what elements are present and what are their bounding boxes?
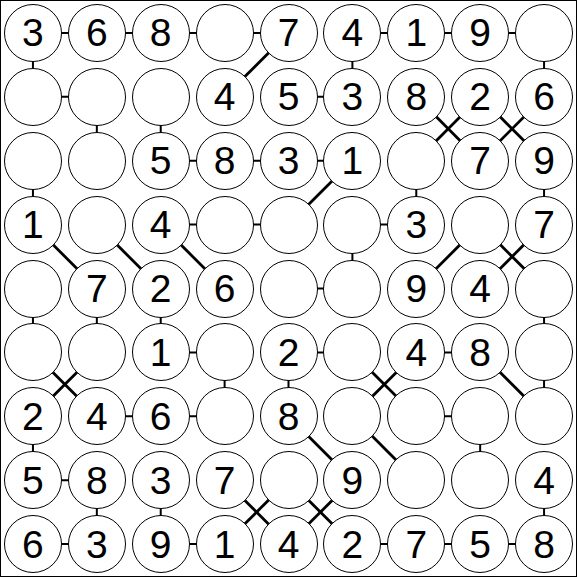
cell-r2c4[interactable]: 4: [196, 68, 254, 126]
cell-r4c8[interactable]: [451, 196, 509, 254]
cell-r1c5[interactable]: 7: [260, 4, 318, 62]
cell-r6c5[interactable]: 2: [260, 323, 318, 381]
cell-r1c6[interactable]: 4: [323, 4, 381, 62]
cell-r7c6[interactable]: [323, 387, 381, 445]
cell-r5c8[interactable]: 4: [451, 260, 509, 318]
cell-r8c5[interactable]: [260, 451, 318, 509]
cell-r9c7[interactable]: 7: [387, 515, 445, 573]
cell-r1c9[interactable]: [515, 4, 573, 62]
cell-r4c5[interactable]: [260, 196, 318, 254]
cell-r5c4[interactable]: 6: [196, 260, 254, 318]
cell-r2c9[interactable]: 6: [515, 68, 573, 126]
cell-r1c1[interactable]: 3: [4, 4, 62, 62]
cell-r7c2[interactable]: 4: [68, 387, 126, 445]
cell-r1c3[interactable]: 8: [132, 4, 190, 62]
cell-r6c2[interactable]: [68, 323, 126, 381]
cell-r4c7[interactable]: 3: [387, 196, 445, 254]
cell-r3c5[interactable]: 3: [260, 132, 318, 190]
cell-r7c9[interactable]: [515, 387, 573, 445]
cell-r8c2[interactable]: 8: [68, 451, 126, 509]
cell-r7c3[interactable]: 6: [132, 387, 190, 445]
cell-r1c4[interactable]: [196, 4, 254, 62]
cell-r9c1[interactable]: 6: [4, 515, 62, 573]
cell-r8c7[interactable]: [387, 451, 445, 509]
cell-r4c3[interactable]: 4: [132, 196, 190, 254]
cell-r8c4[interactable]: 7: [196, 451, 254, 509]
cell-r8c3[interactable]: 3: [132, 451, 190, 509]
cell-r5c5[interactable]: [260, 260, 318, 318]
cell-r5c9[interactable]: [515, 260, 573, 318]
cell-r3c1[interactable]: [4, 132, 62, 190]
cell-r6c3[interactable]: 1: [132, 323, 190, 381]
cell-r8c1[interactable]: 5: [4, 451, 62, 509]
cell-r3c4[interactable]: 8: [196, 132, 254, 190]
cell-r7c4[interactable]: [196, 387, 254, 445]
cell-r5c3[interactable]: 2: [132, 260, 190, 318]
cell-r9c3[interactable]: 9: [132, 515, 190, 573]
cell-r9c4[interactable]: 1: [196, 515, 254, 573]
cell-r7c7[interactable]: [387, 387, 445, 445]
cell-r9c5[interactable]: 4: [260, 515, 318, 573]
cell-r3c8[interactable]: 7: [451, 132, 509, 190]
cell-r3c9[interactable]: 9: [515, 132, 573, 190]
cell-r5c6[interactable]: [323, 260, 381, 318]
cell-r5c1[interactable]: [4, 260, 62, 318]
cell-r7c1[interactable]: 2: [4, 387, 62, 445]
cell-r6c6[interactable]: [323, 323, 381, 381]
cell-r8c9[interactable]: 4: [515, 451, 573, 509]
cell-r2c1[interactable]: [4, 68, 62, 126]
cell-r6c7[interactable]: 4: [387, 323, 445, 381]
cell-r2c6[interactable]: 3: [323, 68, 381, 126]
cell-r7c8[interactable]: [451, 387, 509, 445]
cell-r3c3[interactable]: 5: [132, 132, 190, 190]
cell-r2c8[interactable]: 2: [451, 68, 509, 126]
cell-r2c5[interactable]: 5: [260, 68, 318, 126]
cell-r3c6[interactable]: 1: [323, 132, 381, 190]
cell-r4c6[interactable]: [323, 196, 381, 254]
cell-r4c2[interactable]: [68, 196, 126, 254]
cell-r8c8[interactable]: [451, 451, 509, 509]
cell-r9c2[interactable]: 3: [68, 515, 126, 573]
cell-r9c8[interactable]: 5: [451, 515, 509, 573]
cell-r3c2[interactable]: [68, 132, 126, 190]
cell-r6c9[interactable]: [515, 323, 573, 381]
cell-r2c3[interactable]: [132, 68, 190, 126]
cell-r2c7[interactable]: 8: [387, 68, 445, 126]
cell-r7c5[interactable]: 8: [260, 387, 318, 445]
cell-r5c2[interactable]: 7: [68, 260, 126, 318]
cell-r3c7[interactable]: [387, 132, 445, 190]
cell-r1c8[interactable]: 9: [451, 4, 509, 62]
cell-r4c4[interactable]: [196, 196, 254, 254]
cell-r4c1[interactable]: 1: [4, 196, 62, 254]
cell-r4c9[interactable]: 7: [515, 196, 573, 254]
chain-sudoku-board: 3687419453826583179143772694124824685837…: [0, 0, 577, 577]
cell-r6c4[interactable]: [196, 323, 254, 381]
cell-r9c9[interactable]: 8: [515, 515, 573, 573]
cell-r6c1[interactable]: [4, 323, 62, 381]
cell-r1c2[interactable]: 6: [68, 4, 126, 62]
cell-r8c6[interactable]: 9: [323, 451, 381, 509]
cell-r2c2[interactable]: [68, 68, 126, 126]
board-grid: 3687419453826583179143772694124824685837…: [1, 1, 576, 576]
cell-r6c8[interactable]: 8: [451, 323, 509, 381]
cell-r5c7[interactable]: 9: [387, 260, 445, 318]
cell-r1c7[interactable]: 1: [387, 4, 445, 62]
cell-r9c6[interactable]: 2: [323, 515, 381, 573]
